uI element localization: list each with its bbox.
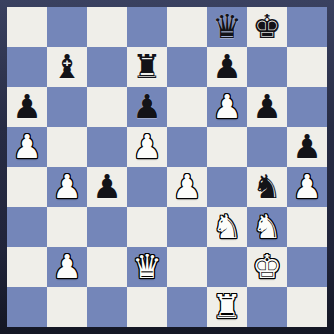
black-queen-f8: ♛ bbox=[212, 10, 242, 43]
white-pawn-a5: ♟ bbox=[12, 130, 42, 163]
square-b7[interactable]: ♝ bbox=[47, 47, 87, 87]
square-d4[interactable] bbox=[127, 167, 167, 207]
white-knight-f3: ♞ bbox=[212, 210, 242, 243]
square-g1[interactable] bbox=[247, 287, 287, 327]
square-g8[interactable]: ♚ bbox=[247, 7, 287, 47]
square-e5[interactable] bbox=[167, 127, 207, 167]
square-e2[interactable] bbox=[167, 247, 207, 287]
square-d6[interactable]: ♟ bbox=[127, 87, 167, 127]
square-c2[interactable] bbox=[87, 247, 127, 287]
black-pawn-h5: ♟ bbox=[292, 130, 322, 163]
square-c1[interactable] bbox=[87, 287, 127, 327]
white-king-g2: ♚ bbox=[252, 250, 282, 283]
square-g5[interactable] bbox=[247, 127, 287, 167]
board-frame: ♛♚♝♜♟♟♟♟♟♟♟♟♟♟♟♞♟♞♞♟♛♚♜ bbox=[0, 0, 334, 334]
square-f2[interactable] bbox=[207, 247, 247, 287]
square-h7[interactable] bbox=[287, 47, 327, 87]
black-pawn-g6: ♟ bbox=[252, 90, 282, 123]
square-e1[interactable] bbox=[167, 287, 207, 327]
square-f5[interactable] bbox=[207, 127, 247, 167]
white-knight-g3: ♞ bbox=[252, 210, 282, 243]
square-b6[interactable] bbox=[47, 87, 87, 127]
square-h3[interactable] bbox=[287, 207, 327, 247]
square-d1[interactable] bbox=[127, 287, 167, 327]
square-a4[interactable] bbox=[7, 167, 47, 207]
square-c3[interactable] bbox=[87, 207, 127, 247]
square-b8[interactable] bbox=[47, 7, 87, 47]
square-g4[interactable]: ♞ bbox=[247, 167, 287, 207]
square-d3[interactable] bbox=[127, 207, 167, 247]
square-b4[interactable]: ♟ bbox=[47, 167, 87, 207]
black-pawn-d6: ♟ bbox=[132, 90, 162, 123]
square-c6[interactable] bbox=[87, 87, 127, 127]
square-f7[interactable]: ♟ bbox=[207, 47, 247, 87]
square-h1[interactable] bbox=[287, 287, 327, 327]
square-c4[interactable]: ♟ bbox=[87, 167, 127, 207]
square-b1[interactable] bbox=[47, 287, 87, 327]
black-pawn-c4: ♟ bbox=[92, 170, 122, 203]
black-bishop-b7: ♝ bbox=[52, 50, 82, 83]
square-e8[interactable] bbox=[167, 7, 207, 47]
square-c7[interactable] bbox=[87, 47, 127, 87]
square-f3[interactable]: ♞ bbox=[207, 207, 247, 247]
white-queen-d2: ♛ bbox=[132, 250, 162, 283]
square-d8[interactable] bbox=[127, 7, 167, 47]
square-c8[interactable] bbox=[87, 7, 127, 47]
square-a1[interactable] bbox=[7, 287, 47, 327]
square-h6[interactable] bbox=[287, 87, 327, 127]
black-pawn-a6: ♟ bbox=[12, 90, 42, 123]
square-g6[interactable]: ♟ bbox=[247, 87, 287, 127]
white-pawn-d5: ♟ bbox=[132, 130, 162, 163]
white-pawn-e4: ♟ bbox=[172, 170, 202, 203]
square-a7[interactable] bbox=[7, 47, 47, 87]
square-f4[interactable] bbox=[207, 167, 247, 207]
square-b3[interactable] bbox=[47, 207, 87, 247]
square-h8[interactable] bbox=[287, 7, 327, 47]
square-d2[interactable]: ♛ bbox=[127, 247, 167, 287]
white-pawn-h4: ♟ bbox=[292, 170, 322, 203]
square-a5[interactable]: ♟ bbox=[7, 127, 47, 167]
square-g7[interactable] bbox=[247, 47, 287, 87]
square-h5[interactable]: ♟ bbox=[287, 127, 327, 167]
square-a8[interactable] bbox=[7, 7, 47, 47]
square-f1[interactable]: ♜ bbox=[207, 287, 247, 327]
white-pawn-b2: ♟ bbox=[52, 250, 82, 283]
square-g3[interactable]: ♞ bbox=[247, 207, 287, 247]
square-f8[interactable]: ♛ bbox=[207, 7, 247, 47]
square-f6[interactable]: ♟ bbox=[207, 87, 247, 127]
square-b5[interactable] bbox=[47, 127, 87, 167]
square-d7[interactable]: ♜ bbox=[127, 47, 167, 87]
square-d5[interactable]: ♟ bbox=[127, 127, 167, 167]
white-pawn-b4: ♟ bbox=[52, 170, 82, 203]
square-a2[interactable] bbox=[7, 247, 47, 287]
square-g2[interactable]: ♚ bbox=[247, 247, 287, 287]
black-knight-g4: ♞ bbox=[252, 170, 282, 203]
square-c5[interactable] bbox=[87, 127, 127, 167]
chess-board: ♛♚♝♜♟♟♟♟♟♟♟♟♟♟♟♞♟♞♞♟♛♚♜ bbox=[7, 7, 327, 327]
white-pawn-f6: ♟ bbox=[212, 90, 242, 123]
square-h4[interactable]: ♟ bbox=[287, 167, 327, 207]
black-king-g8: ♚ bbox=[252, 10, 282, 43]
square-e7[interactable] bbox=[167, 47, 207, 87]
white-rook-f1: ♜ bbox=[212, 290, 242, 323]
square-a6[interactable]: ♟ bbox=[7, 87, 47, 127]
square-e3[interactable] bbox=[167, 207, 207, 247]
black-rook-d7: ♜ bbox=[132, 50, 162, 83]
square-e6[interactable] bbox=[167, 87, 207, 127]
square-a3[interactable] bbox=[7, 207, 47, 247]
square-b2[interactable]: ♟ bbox=[47, 247, 87, 287]
square-e4[interactable]: ♟ bbox=[167, 167, 207, 207]
square-h2[interactable] bbox=[287, 247, 327, 287]
black-pawn-f7: ♟ bbox=[212, 50, 242, 83]
